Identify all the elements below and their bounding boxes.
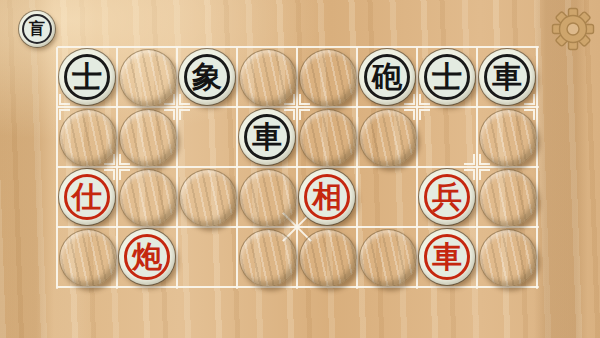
piece-face-down-r1c5[interactable] xyxy=(299,49,357,107)
banqi-app: 盲 士象砲士車車仕相兵炮車 xyxy=(0,0,600,338)
piece-face-down-r4c8[interactable] xyxy=(479,229,537,287)
piece-face-down-r4c6[interactable] xyxy=(359,229,417,287)
piece-face-down-r2c6[interactable] xyxy=(359,109,417,167)
piece-character: 士 xyxy=(424,54,470,100)
board-cell-r3c6[interactable] xyxy=(357,167,417,227)
piece-face-down-r3c8[interactable] xyxy=(479,169,537,227)
piece-black-elephant-r1c3[interactable]: 象 xyxy=(179,49,235,105)
piece-face-down-r4c4[interactable] xyxy=(239,229,297,287)
piece-red-soldier-r3c7[interactable]: 兵 xyxy=(419,169,475,225)
piece-face-down-r1c4[interactable] xyxy=(239,49,297,107)
piece-red-elephant-r3c5[interactable]: 相 xyxy=(299,169,355,225)
piece-black-chariot-r2c4[interactable]: 車 xyxy=(239,109,295,165)
piece-black-cannon-r1c6[interactable]: 砲 xyxy=(359,49,415,105)
piece-face-down-r3c3[interactable] xyxy=(179,169,237,227)
piece-face-down-r4c1[interactable] xyxy=(59,229,117,287)
piece-face-down-r1c2[interactable] xyxy=(119,49,177,107)
piece-face-down-r3c4[interactable] xyxy=(239,169,297,227)
piece-character: 車 xyxy=(424,234,470,280)
piece-character: 相 xyxy=(304,174,350,220)
piece-face-down-r2c5[interactable] xyxy=(299,109,357,167)
piece-character: 砲 xyxy=(364,54,410,100)
piece-character: 仕 xyxy=(64,174,110,220)
piece-character: 車 xyxy=(244,114,290,160)
piece-face-down-r4c5[interactable] xyxy=(299,229,357,287)
blind-mode-label: 盲 xyxy=(22,14,52,44)
piece-character: 象 xyxy=(184,54,230,100)
piece-face-down-r3c2[interactable] xyxy=(119,169,177,227)
board-cell-r4c3[interactable] xyxy=(177,227,237,287)
piece-character: 士 xyxy=(64,54,110,100)
piece-red-advisor-r3c1[interactable]: 仕 xyxy=(59,169,115,225)
settings-gear-icon[interactable] xyxy=(551,7,595,51)
piece-face-down-r2c8[interactable] xyxy=(479,109,537,167)
piece-character: 炮 xyxy=(124,234,170,280)
board-cell-r2c7[interactable] xyxy=(417,107,477,167)
piece-character: 兵 xyxy=(424,174,470,220)
piece-character: 車 xyxy=(484,54,530,100)
piece-black-advisor-r1c1[interactable]: 士 xyxy=(59,49,115,105)
piece-red-chariot-r4c7[interactable]: 車 xyxy=(419,229,475,285)
piece-face-down-r2c1[interactable] xyxy=(59,109,117,167)
piece-red-cannon-r4c2[interactable]: 炮 xyxy=(119,229,175,285)
piece-black-chariot-r1c8[interactable]: 車 xyxy=(479,49,535,105)
blind-mode-button[interactable]: 盲 xyxy=(19,11,55,47)
board: 士象砲士車車仕相兵炮車 xyxy=(57,47,539,289)
piece-black-advisor-r1c7[interactable]: 士 xyxy=(419,49,475,105)
piece-face-down-r2c2[interactable] xyxy=(119,109,177,167)
board-cell-r2c3[interactable] xyxy=(177,107,237,167)
